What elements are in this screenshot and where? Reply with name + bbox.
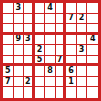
cell-r4c3-given: 3 [24, 35, 35, 46]
cell-r7c1-given: 5 [3, 66, 14, 77]
cell-r6c5-empty[interactable] [45, 56, 56, 67]
cell-r6c3-empty[interactable] [24, 56, 35, 67]
cell-r3c7-empty[interactable] [66, 24, 77, 35]
cell-r6c2-empty[interactable] [14, 56, 25, 67]
cell-r8c6-empty[interactable] [56, 77, 67, 88]
cell-r4c1-empty[interactable] [3, 35, 14, 46]
cell-r4c2-given: 9 [14, 35, 25, 46]
cell-r7c6-empty[interactable] [56, 66, 67, 77]
cell-r4c7-empty[interactable] [66, 35, 77, 46]
cell-r3c6-empty[interactable] [56, 24, 67, 35]
cell-r7c8-empty[interactable] [77, 66, 88, 77]
cell-r1c2-given: 3 [14, 3, 25, 14]
cell-r2c8-given: 2 [77, 14, 88, 25]
cell-r2c6-empty[interactable] [56, 14, 67, 25]
cell-r4c9-given: 4 [87, 35, 98, 46]
cell-r9c4-empty[interactable] [35, 87, 46, 98]
cell-r9c1-empty[interactable] [3, 87, 14, 98]
cell-r2c2-empty[interactable] [14, 14, 25, 25]
cell-r1c3-empty[interactable] [24, 3, 35, 14]
cell-r2c5-empty[interactable] [45, 14, 56, 25]
cell-r8c3-given: 2 [24, 77, 35, 88]
cell-r7c4-empty[interactable] [35, 66, 46, 77]
cell-r9c8-empty[interactable] [77, 87, 88, 98]
cell-r5c1-empty[interactable] [3, 45, 14, 56]
cell-r2c1-empty[interactable] [3, 14, 14, 25]
cell-r3c1-empty[interactable] [3, 24, 14, 35]
cell-r2c4-empty[interactable] [35, 14, 46, 25]
cell-r2c7-given: 7 [66, 14, 77, 25]
cell-r5c6-empty[interactable] [56, 45, 67, 56]
cell-r9c2-empty[interactable] [14, 87, 25, 98]
cell-r7c3-empty[interactable] [24, 66, 35, 77]
cell-r7c5-given: 8 [45, 66, 56, 77]
cell-r8c5-empty[interactable] [45, 77, 56, 88]
cell-r1c8-empty[interactable] [77, 3, 88, 14]
cell-r1c1-empty[interactable] [3, 3, 14, 14]
cell-r1c7-empty[interactable] [66, 3, 77, 14]
cell-r5c4-given: 2 [35, 45, 46, 56]
cell-r1c4-empty[interactable] [35, 3, 46, 14]
cell-r5c2-empty[interactable] [14, 45, 25, 56]
cell-r6c7-empty[interactable] [66, 56, 77, 67]
cell-r9c9-empty[interactable] [87, 87, 98, 98]
cell-r3c4-empty[interactable] [35, 24, 46, 35]
cell-r2c3-empty[interactable] [24, 14, 35, 25]
cell-r4c6-empty[interactable] [56, 35, 67, 46]
cell-r7c2-empty[interactable] [14, 66, 25, 77]
cell-r6c9-empty[interactable] [87, 56, 98, 67]
cell-r5c7-empty[interactable] [66, 45, 77, 56]
cell-r1c5-given: 4 [45, 3, 56, 14]
cell-r9c5-empty[interactable] [45, 87, 56, 98]
cell-r6c6-given: 7 [56, 56, 67, 67]
cell-r2c9-empty[interactable] [87, 14, 98, 25]
cell-r1c6-empty[interactable] [56, 3, 67, 14]
cell-r9c6-empty[interactable] [56, 87, 67, 98]
cell-r7c9-empty[interactable] [87, 66, 98, 77]
sudoku-board: 34729342357586721 [0, 0, 101, 101]
cell-r3c9-empty[interactable] [87, 24, 98, 35]
cell-r8c1-given: 7 [3, 77, 14, 88]
cell-r3c2-empty[interactable] [14, 24, 25, 35]
cell-r4c5-empty[interactable] [45, 35, 56, 46]
cell-r8c8-empty[interactable] [77, 77, 88, 88]
cell-r8c7-given: 1 [66, 77, 77, 88]
cell-r8c2-empty[interactable] [14, 77, 25, 88]
cell-r3c8-empty[interactable] [77, 24, 88, 35]
cell-r8c4-empty[interactable] [35, 77, 46, 88]
cell-r6c4-given: 5 [35, 56, 46, 67]
cell-r5c5-empty[interactable] [45, 45, 56, 56]
cell-r5c3-empty[interactable] [24, 45, 35, 56]
cell-r1c9-empty[interactable] [87, 3, 98, 14]
cell-r4c8-empty[interactable] [77, 35, 88, 46]
cell-r9c7-empty[interactable] [66, 87, 77, 98]
cell-r9c3-empty[interactable] [24, 87, 35, 98]
cell-r8c9-empty[interactable] [87, 77, 98, 88]
cell-r5c8-given: 3 [77, 45, 88, 56]
cell-r3c5-empty[interactable] [45, 24, 56, 35]
cell-r7c7-given: 6 [66, 66, 77, 77]
cell-r4c4-empty[interactable] [35, 35, 46, 46]
cell-r5c9-empty[interactable] [87, 45, 98, 56]
cell-r6c1-empty[interactable] [3, 56, 14, 67]
cell-r3c3-empty[interactable] [24, 24, 35, 35]
cell-r6c8-empty[interactable] [77, 56, 88, 67]
